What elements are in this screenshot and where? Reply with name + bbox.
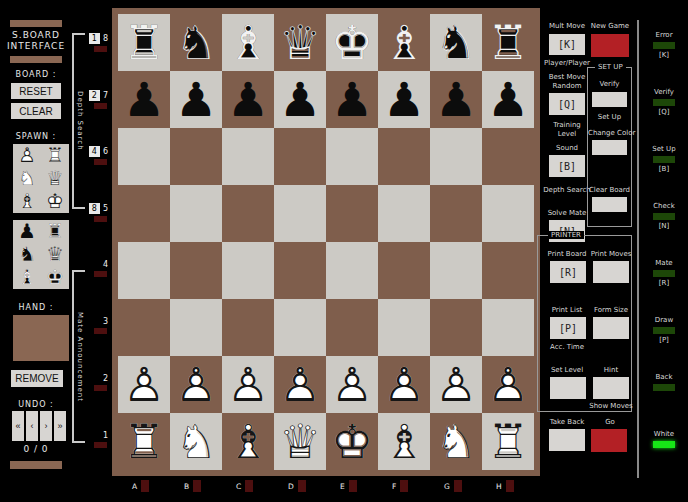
spawn-black-bishop[interactable]: ♝♗ bbox=[13, 266, 41, 289]
rank-led bbox=[94, 46, 107, 52]
rank-indicator-4: 4 bbox=[70, 260, 108, 277]
error-led bbox=[653, 42, 675, 49]
sidebar-bottom-bar bbox=[10, 461, 62, 469]
white-queen[interactable]: ♛♕ bbox=[274, 413, 326, 470]
black-pawn[interactable]: ♟ bbox=[326, 71, 378, 128]
undo-section-label: UNDO : bbox=[0, 400, 72, 409]
square-e5[interactable] bbox=[326, 185, 378, 242]
black-pawn[interactable]: ♟ bbox=[378, 71, 430, 128]
square-d8[interactable]: ♛♕ bbox=[274, 14, 326, 71]
verify-button[interactable] bbox=[592, 92, 627, 107]
hint-button[interactable] bbox=[593, 377, 629, 399]
file-label: F bbox=[392, 482, 396, 491]
file-indicator-c: C bbox=[236, 480, 253, 492]
square-h1[interactable]: ♜♖ bbox=[482, 413, 534, 470]
square-b8[interactable]: ♞♘ bbox=[170, 14, 222, 71]
go-button[interactable] bbox=[591, 429, 627, 452]
rank-label: 4 bbox=[103, 260, 108, 269]
app-title-line1: S.BOARD bbox=[0, 30, 72, 40]
square-d4[interactable] bbox=[274, 242, 326, 299]
back-led bbox=[653, 384, 675, 391]
square-e8[interactable]: ♚♔ bbox=[326, 14, 378, 71]
square-c4[interactable] bbox=[222, 242, 274, 299]
white-pawn[interactable]: ♟♙ bbox=[222, 356, 274, 413]
white-turn-indicator: White bbox=[641, 430, 687, 450]
print-board-key-button[interactable]: [R] bbox=[550, 261, 586, 283]
error-key-label: [K] bbox=[641, 51, 687, 59]
spawn-white-bishop[interactable]: ♝♗ bbox=[13, 190, 41, 213]
file-label: B bbox=[184, 482, 189, 491]
square-d5[interactable] bbox=[274, 185, 326, 242]
verify-led-label: Verify bbox=[641, 88, 687, 96]
square-f5[interactable] bbox=[378, 185, 430, 242]
square-g1[interactable]: ♞♘ bbox=[430, 413, 482, 470]
white-pawn[interactable]: ♟♙ bbox=[378, 356, 430, 413]
square-h2[interactable]: ♟♙ bbox=[482, 356, 534, 413]
rank-led bbox=[94, 442, 107, 448]
print-board-label: Print Board bbox=[541, 250, 593, 258]
rank-indicator-8: 18 bbox=[70, 33, 108, 52]
white-led bbox=[653, 441, 675, 448]
draw-indicator: Draw [P] bbox=[641, 316, 687, 344]
file-indicator-b: B bbox=[184, 480, 201, 492]
file-label: E bbox=[340, 482, 345, 491]
square-b6[interactable] bbox=[170, 128, 222, 185]
square-c2[interactable]: ♟♙ bbox=[222, 356, 274, 413]
app-title-line2: INTERFACE bbox=[0, 41, 72, 51]
file-label: D bbox=[288, 482, 294, 491]
print-list-label: Print List bbox=[541, 306, 593, 314]
file-label: H bbox=[496, 482, 502, 491]
black-pawn[interactable]: ♟ bbox=[222, 71, 274, 128]
sidebar-divider-bar bbox=[10, 56, 62, 63]
square-c7[interactable]: ♟ bbox=[222, 71, 274, 128]
rank-indicator-3: 3 bbox=[70, 317, 108, 334]
verify-indicator: Verify [Q] bbox=[641, 88, 687, 116]
square-a3[interactable] bbox=[118, 299, 170, 356]
print-moves-button[interactable] bbox=[593, 261, 629, 283]
print-moves-label: Print Moves bbox=[590, 250, 632, 258]
draw-led bbox=[653, 327, 675, 334]
square-e2[interactable]: ♟♙ bbox=[326, 356, 378, 413]
white-king[interactable]: ♚♔ bbox=[41, 190, 69, 213]
mate-indicator: Mate [R] bbox=[641, 259, 687, 287]
square-a8[interactable]: ♜♖ bbox=[118, 14, 170, 71]
depth-value-box: 4 bbox=[89, 146, 100, 157]
black-bishop[interactable]: ♝♗ bbox=[13, 266, 41, 289]
file-indicator-g: G bbox=[444, 480, 462, 492]
setup-indicator: Set Up [B] bbox=[641, 145, 687, 173]
square-c1[interactable]: ♝♗ bbox=[222, 413, 274, 470]
black-rook[interactable]: ♜♖ bbox=[118, 14, 170, 71]
square-h4[interactable] bbox=[482, 242, 534, 299]
white-pawn[interactable]: ♟♙ bbox=[118, 356, 170, 413]
white-knight[interactable]: ♞♘ bbox=[430, 413, 482, 470]
check-led-label: Check bbox=[641, 202, 687, 210]
square-h6[interactable] bbox=[482, 128, 534, 185]
spawn-section-label: SPAWN : bbox=[0, 132, 72, 141]
rank-led bbox=[94, 385, 107, 391]
best-move-key-button[interactable]: [Q] bbox=[549, 93, 585, 115]
redo-forward-button[interactable]: › bbox=[40, 411, 52, 441]
sound-key-button[interactable]: [B] bbox=[549, 155, 585, 177]
rank-indicator-5: 85 bbox=[70, 203, 108, 222]
black-pawn[interactable]: ♟ bbox=[170, 71, 222, 128]
error-led-label: Error bbox=[641, 31, 687, 39]
reset-button[interactable]: RESET bbox=[11, 83, 61, 99]
rank-led bbox=[94, 159, 107, 165]
undo-controls: « ‹ › » bbox=[12, 411, 66, 441]
depth-search-bracket bbox=[72, 33, 74, 209]
black-knight[interactable]: ♞♘ bbox=[430, 14, 482, 71]
white-pawn[interactable]: ♟♙ bbox=[13, 144, 41, 167]
white-pawn[interactable]: ♟♙ bbox=[170, 356, 222, 413]
square-f1[interactable]: ♝♗ bbox=[378, 413, 430, 470]
file-indicator-a: A bbox=[132, 480, 149, 492]
redo-last-button[interactable]: » bbox=[54, 411, 66, 441]
back-led-label: Back bbox=[641, 373, 687, 381]
depth-value-box: 2 bbox=[89, 90, 100, 101]
square-b1[interactable]: ♞♘ bbox=[170, 413, 222, 470]
verify-key-label: [Q] bbox=[641, 108, 687, 116]
white-bishop[interactable]: ♝♗ bbox=[222, 413, 274, 470]
black-king[interactable]: ♚♔ bbox=[326, 14, 378, 71]
square-f8[interactable]: ♝♗ bbox=[378, 14, 430, 71]
print-list-key-button[interactable]: [P] bbox=[550, 317, 586, 339]
square-d6[interactable] bbox=[274, 128, 326, 185]
spawn-white-knight[interactable]: ♞♘ bbox=[13, 167, 41, 190]
square-a2[interactable]: ♟♙ bbox=[118, 356, 170, 413]
white-pawn[interactable]: ♟♙ bbox=[482, 356, 534, 413]
black-pawn[interactable]: ♟ bbox=[274, 71, 326, 128]
verify-led bbox=[653, 99, 675, 106]
setup-led bbox=[653, 156, 675, 163]
black-knight[interactable]: ♞♘ bbox=[13, 243, 41, 266]
mult-move-key-button[interactable]: [K] bbox=[549, 34, 585, 55]
rank-label: 2 bbox=[103, 374, 108, 383]
file-label: A bbox=[132, 482, 137, 491]
rank-led bbox=[94, 103, 107, 109]
mate-led-label: Mate bbox=[641, 259, 687, 267]
black-bishop[interactable]: ♝♗ bbox=[378, 14, 430, 71]
file-indicator-e: E bbox=[340, 480, 357, 492]
square-h7[interactable]: ♟ bbox=[482, 71, 534, 128]
square-b7[interactable]: ♟ bbox=[170, 71, 222, 128]
spawn-palette-white: ♟♙♜♖♞♘♛♕♝♗♚♔ bbox=[13, 144, 69, 213]
rank-indicator-2: 2 bbox=[70, 374, 108, 391]
setup-led-label: Set Up bbox=[641, 145, 687, 153]
black-rook[interactable]: ♜♖ bbox=[41, 220, 69, 243]
setup-box-title: SET UP bbox=[595, 63, 626, 71]
square-h8[interactable]: ♜♖ bbox=[482, 14, 534, 71]
go-label: Go bbox=[585, 418, 635, 426]
black-king[interactable]: ♚♔ bbox=[41, 266, 69, 289]
white-rook[interactable]: ♜♖ bbox=[118, 413, 170, 470]
control-panel: Mult Move [K] Player/Player Best Move Ra… bbox=[535, 0, 635, 502]
white-bishop[interactable]: ♝♗ bbox=[13, 190, 41, 213]
clear-board-label: Clear Board bbox=[588, 186, 631, 194]
sidebar-top-bar bbox=[10, 20, 62, 27]
back-indicator: Back bbox=[641, 373, 687, 393]
draw-led-label: Draw bbox=[641, 316, 687, 324]
clear-board-button[interactable] bbox=[592, 197, 627, 212]
white-knight[interactable]: ♞♘ bbox=[13, 167, 41, 190]
square-f7[interactable]: ♟ bbox=[378, 71, 430, 128]
depth-value-box: 1 bbox=[89, 33, 100, 44]
spawn-white-queen[interactable]: ♛♕ bbox=[41, 167, 69, 190]
square-d2[interactable]: ♟♙ bbox=[274, 356, 326, 413]
rank-indicator-7: 27 bbox=[70, 90, 108, 109]
led-column-divider bbox=[637, 20, 639, 478]
form-size-button[interactable] bbox=[593, 317, 629, 339]
take-back-button[interactable] bbox=[549, 429, 585, 451]
spawn-black-king[interactable]: ♚♔ bbox=[41, 266, 69, 289]
acc-time-label: Acc. Time bbox=[541, 343, 593, 351]
file-led bbox=[454, 480, 462, 492]
file-led bbox=[349, 480, 357, 492]
square-c8[interactable]: ♝♗ bbox=[222, 14, 274, 71]
rank-label: 6 bbox=[103, 147, 108, 156]
square-a7[interactable]: ♟ bbox=[118, 71, 170, 128]
square-b5[interactable] bbox=[170, 185, 222, 242]
check-led bbox=[653, 213, 675, 220]
rank-indicator-1: 1 bbox=[70, 431, 108, 448]
file-led bbox=[141, 480, 149, 492]
printer-groupbox: PRINTER Print Board [R] Print Moves Prin… bbox=[537, 235, 632, 412]
hand-section-label: HAND : bbox=[0, 303, 72, 312]
verify-label: Verify bbox=[588, 80, 631, 88]
black-pawn[interactable]: ♟ bbox=[13, 220, 41, 243]
black-knight[interactable]: ♞♘ bbox=[170, 14, 222, 71]
new-game-button[interactable] bbox=[591, 34, 629, 57]
chess-board: ♜♖♞♘♝♗♛♕♚♔♝♗♞♘♜♖♟♟♟♟♟♟♟♟♟♙♟♙♟♙♟♙♟♙♟♙♟♙♟♙… bbox=[118, 14, 534, 470]
rank-label: 5 bbox=[103, 204, 108, 213]
black-queen[interactable]: ♛♕ bbox=[41, 243, 69, 266]
spawn-black-rook[interactable]: ♜♖ bbox=[41, 220, 69, 243]
square-f2[interactable]: ♟♙ bbox=[378, 356, 430, 413]
spawn-black-pawn[interactable]: ♟ bbox=[13, 220, 41, 243]
check-indicator: Check [N] bbox=[641, 202, 687, 230]
show-moves-label: Show Moves bbox=[586, 402, 636, 410]
square-e6[interactable] bbox=[326, 128, 378, 185]
square-c6[interactable] bbox=[222, 128, 274, 185]
square-b2[interactable]: ♟♙ bbox=[170, 356, 222, 413]
white-bishop[interactable]: ♝♗ bbox=[378, 413, 430, 470]
rank-led bbox=[94, 216, 107, 222]
printer-box-title: PRINTER bbox=[548, 231, 584, 239]
square-a4[interactable] bbox=[118, 242, 170, 299]
undo-first-button[interactable]: « bbox=[12, 411, 24, 441]
white-pawn[interactable]: ♟♙ bbox=[274, 356, 326, 413]
file-led bbox=[193, 480, 201, 492]
error-indicator: Error [K] bbox=[641, 31, 687, 59]
hint-label: Hint bbox=[590, 366, 632, 374]
square-f6[interactable] bbox=[378, 128, 430, 185]
square-a5[interactable] bbox=[118, 185, 170, 242]
board-frame: ♜♖♞♘♝♗♛♕♚♔♝♗♞♘♜♖♟♟♟♟♟♟♟♟♟♙♟♙♟♙♟♙♟♙♟♙♟♙♟♙… bbox=[112, 8, 540, 476]
file-label: C bbox=[236, 482, 241, 491]
square-d3[interactable] bbox=[274, 299, 326, 356]
rank-label: 1 bbox=[103, 431, 108, 440]
check-key-label: [N] bbox=[641, 222, 687, 230]
square-h3[interactable] bbox=[482, 299, 534, 356]
spawn-white-rook[interactable]: ♜♖ bbox=[41, 144, 69, 167]
square-g8[interactable]: ♞♘ bbox=[430, 14, 482, 71]
setup-sub-label: Set Up bbox=[588, 113, 631, 121]
set-level-button[interactable] bbox=[550, 377, 586, 399]
file-led bbox=[245, 480, 253, 492]
form-size-label: Form Size bbox=[590, 306, 632, 314]
square-b4[interactable] bbox=[170, 242, 222, 299]
square-g2[interactable]: ♟♙ bbox=[430, 356, 482, 413]
spawn-palette-black: ♟♜♖♞♘♛♕♝♗♚♔ bbox=[13, 220, 69, 289]
board-section-label: BOARD : bbox=[0, 70, 72, 79]
square-g7[interactable]: ♟ bbox=[430, 71, 482, 128]
mate-key-label: [R] bbox=[641, 279, 687, 287]
square-b3[interactable] bbox=[170, 299, 222, 356]
square-a6[interactable] bbox=[118, 128, 170, 185]
remove-button[interactable]: REMOVE bbox=[11, 370, 63, 387]
setup-groupbox: SET UP Verify Set Up Change Color Clear … bbox=[587, 67, 632, 227]
square-e1[interactable]: ♚♔ bbox=[326, 413, 378, 470]
square-f4[interactable] bbox=[378, 242, 430, 299]
white-led-label: White bbox=[641, 430, 687, 438]
depth-value-box: 8 bbox=[89, 203, 100, 214]
white-queen[interactable]: ♛♕ bbox=[41, 167, 69, 190]
rank-label: 3 bbox=[103, 317, 108, 326]
black-rook[interactable]: ♜♖ bbox=[482, 14, 534, 71]
file-led bbox=[400, 480, 408, 492]
white-pawn[interactable]: ♟♙ bbox=[430, 356, 482, 413]
set-level-label: Set Level bbox=[541, 366, 593, 374]
white-knight[interactable]: ♞♘ bbox=[170, 413, 222, 470]
file-label: G bbox=[444, 482, 450, 491]
draw-key-label: [P] bbox=[641, 336, 687, 344]
black-bishop[interactable]: ♝♗ bbox=[222, 14, 274, 71]
undo-counter: 0 / 0 bbox=[0, 444, 72, 454]
black-pawn[interactable]: ♟ bbox=[430, 71, 482, 128]
spawn-black-queen[interactable]: ♛♕ bbox=[41, 243, 69, 266]
rank-led bbox=[94, 328, 107, 334]
square-f3[interactable] bbox=[378, 299, 430, 356]
square-g6[interactable] bbox=[430, 128, 482, 185]
rank-label: 7 bbox=[103, 91, 108, 100]
square-a1[interactable]: ♜♖ bbox=[118, 413, 170, 470]
new-game-label: New Game bbox=[585, 22, 635, 30]
white-king[interactable]: ♚♔ bbox=[326, 413, 378, 470]
square-g4[interactable] bbox=[430, 242, 482, 299]
undo-back-button[interactable]: ‹ bbox=[26, 411, 38, 441]
white-rook[interactable]: ♜♖ bbox=[41, 144, 69, 167]
spawn-white-king[interactable]: ♚♔ bbox=[41, 190, 69, 213]
hand-slot[interactable] bbox=[13, 315, 69, 361]
rank-label: 8 bbox=[103, 34, 108, 43]
spawn-white-pawn[interactable]: ♟♙ bbox=[13, 144, 41, 167]
square-e7[interactable]: ♟ bbox=[326, 71, 378, 128]
square-c3[interactable] bbox=[222, 299, 274, 356]
square-e4[interactable] bbox=[326, 242, 378, 299]
player-player-label: Player/Player bbox=[535, 59, 599, 67]
file-indicator-f: F bbox=[392, 480, 408, 492]
black-queen[interactable]: ♛♕ bbox=[274, 14, 326, 71]
rank-indicator-6: 46 bbox=[70, 146, 108, 165]
black-pawn[interactable]: ♟ bbox=[118, 71, 170, 128]
file-led bbox=[298, 480, 306, 492]
change-color-button[interactable] bbox=[592, 140, 627, 155]
square-g5[interactable] bbox=[430, 185, 482, 242]
file-indicator-d: D bbox=[288, 480, 306, 492]
square-g3[interactable] bbox=[430, 299, 482, 356]
black-pawn[interactable]: ♟ bbox=[482, 71, 534, 128]
white-pawn[interactable]: ♟♙ bbox=[326, 356, 378, 413]
square-e3[interactable] bbox=[326, 299, 378, 356]
mate-announcement-bracket bbox=[72, 270, 74, 443]
rank-led bbox=[94, 271, 107, 277]
square-h5[interactable] bbox=[482, 185, 534, 242]
square-d7[interactable]: ♟ bbox=[274, 71, 326, 128]
clear-button[interactable]: CLEAR bbox=[11, 103, 61, 119]
white-rook[interactable]: ♜♖ bbox=[482, 413, 534, 470]
mate-led bbox=[653, 270, 675, 277]
square-c5[interactable] bbox=[222, 185, 274, 242]
change-color-label: Change Color bbox=[588, 129, 631, 137]
spawn-black-knight[interactable]: ♞♘ bbox=[13, 243, 41, 266]
square-d1[interactable]: ♛♕ bbox=[274, 413, 326, 470]
file-led bbox=[506, 480, 514, 492]
file-indicator-h: H bbox=[496, 480, 514, 492]
setup-key-label: [B] bbox=[641, 165, 687, 173]
